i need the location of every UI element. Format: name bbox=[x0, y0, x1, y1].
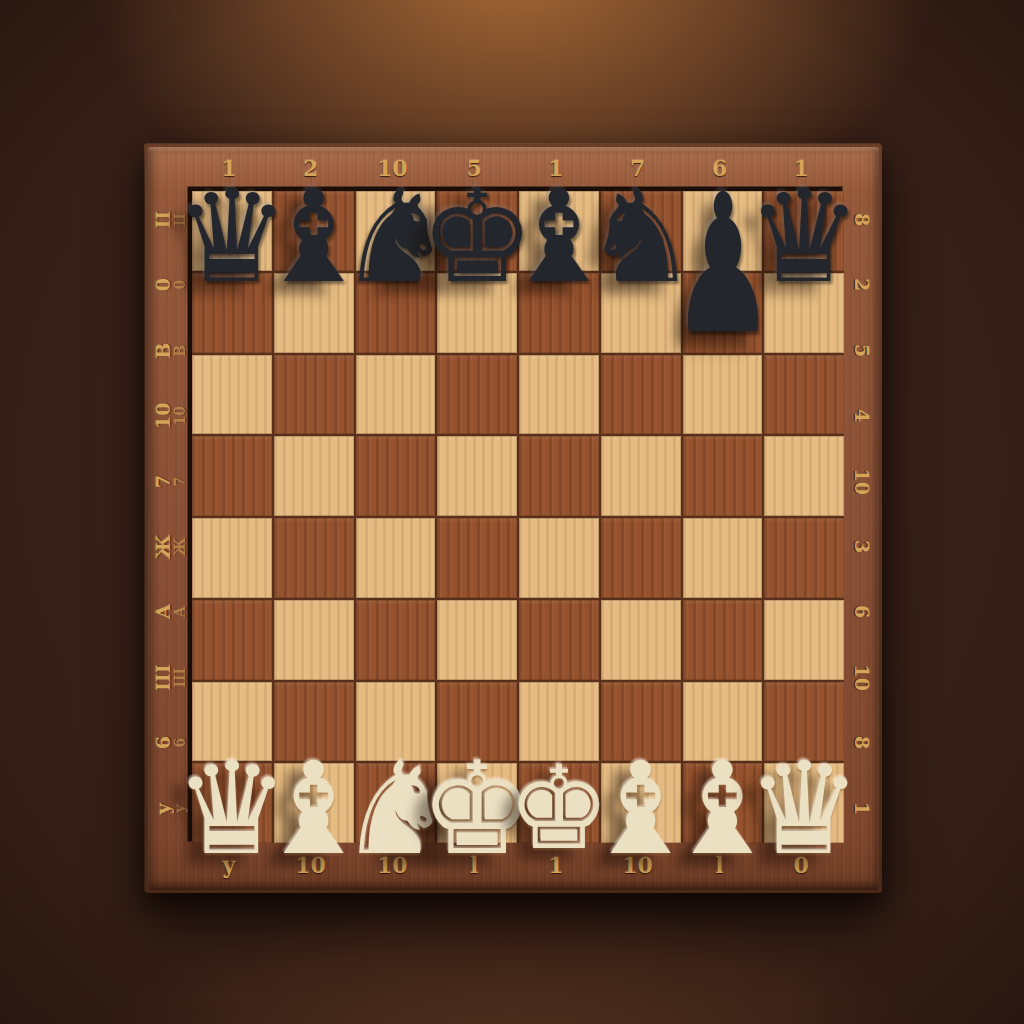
square-f5[interactable] bbox=[601, 436, 681, 516]
square-a4[interactable] bbox=[192, 518, 272, 598]
chess-board: 121051761 y1010l110l0 II0B107ЖAIII6y II0… bbox=[145, 144, 882, 893]
square-f8[interactable]: ♞ bbox=[601, 191, 681, 271]
left-inner-label-3: B bbox=[147, 342, 212, 360]
piece-black-knight-f8[interactable]: ♞ bbox=[601, 197, 681, 277]
wall-background: 121051761 y1010l110l0 II0B107ЖAIII6y II0… bbox=[0, 0, 1024, 1024]
square-d5[interactable] bbox=[437, 436, 517, 516]
piece-white-king-d1[interactable]: ♚ bbox=[437, 769, 517, 849]
square-c6[interactable] bbox=[356, 355, 436, 435]
square-f4[interactable] bbox=[601, 518, 681, 598]
left-inner-label-7: A bbox=[147, 603, 212, 621]
board-frame: 121051761 y1010l110l0 II0B107ЖAIII6y II0… bbox=[148, 147, 879, 890]
piece-black-queen-h8[interactable]: ♛ bbox=[764, 197, 844, 277]
right-label-7: 6 bbox=[829, 603, 894, 621]
square-g8[interactable]: ♟ bbox=[683, 191, 763, 271]
square-h4[interactable] bbox=[764, 518, 844, 598]
square-b3[interactable] bbox=[274, 600, 354, 680]
board-groove: ♛♝♞♚♝♞♟♛♛♝♞♚♚♝♝♛ bbox=[188, 187, 842, 841]
board-grid: ♛♝♞♚♝♞♟♛♛♝♞♚♚♝♝♛ bbox=[192, 191, 844, 843]
square-e5[interactable] bbox=[519, 436, 599, 516]
square-c4[interactable] bbox=[356, 518, 436, 598]
square-g5[interactable] bbox=[683, 436, 763, 516]
square-e6[interactable] bbox=[519, 355, 599, 435]
piece-black-pawn-g8[interactable]: ♟ bbox=[691, 213, 753, 315]
left-inner-label-4: 10 bbox=[147, 407, 212, 425]
square-h1[interactable]: ♛ bbox=[764, 763, 844, 843]
piece-white-queen-h1[interactable]: ♛ bbox=[764, 769, 844, 849]
right-label-5: 10 bbox=[829, 472, 894, 490]
square-c5[interactable] bbox=[356, 436, 436, 516]
right-label-3: 5 bbox=[829, 342, 894, 360]
right-label-6: 3 bbox=[829, 538, 894, 556]
square-c3[interactable] bbox=[356, 600, 436, 680]
square-h8[interactable]: ♛ bbox=[764, 191, 844, 271]
square-g3[interactable] bbox=[683, 600, 763, 680]
left-inner-label-5: 7 bbox=[147, 472, 212, 490]
square-d6[interactable] bbox=[437, 355, 517, 435]
square-f6[interactable] bbox=[601, 355, 681, 435]
square-e3[interactable] bbox=[519, 600, 599, 680]
right-label-8: 10 bbox=[829, 669, 894, 687]
left-inner-label-8: III bbox=[147, 669, 212, 687]
square-d3[interactable] bbox=[437, 600, 517, 680]
square-f3[interactable] bbox=[601, 600, 681, 680]
square-b4[interactable] bbox=[274, 518, 354, 598]
square-e4[interactable] bbox=[519, 518, 599, 598]
square-b6[interactable] bbox=[274, 355, 354, 435]
square-g4[interactable] bbox=[683, 518, 763, 598]
right-label-4: 4 bbox=[829, 407, 894, 425]
square-b5[interactable] bbox=[274, 436, 354, 516]
square-d1[interactable]: ♚ bbox=[437, 763, 517, 843]
square-d4[interactable] bbox=[437, 518, 517, 598]
left-inner-label-6: Ж bbox=[147, 538, 212, 556]
